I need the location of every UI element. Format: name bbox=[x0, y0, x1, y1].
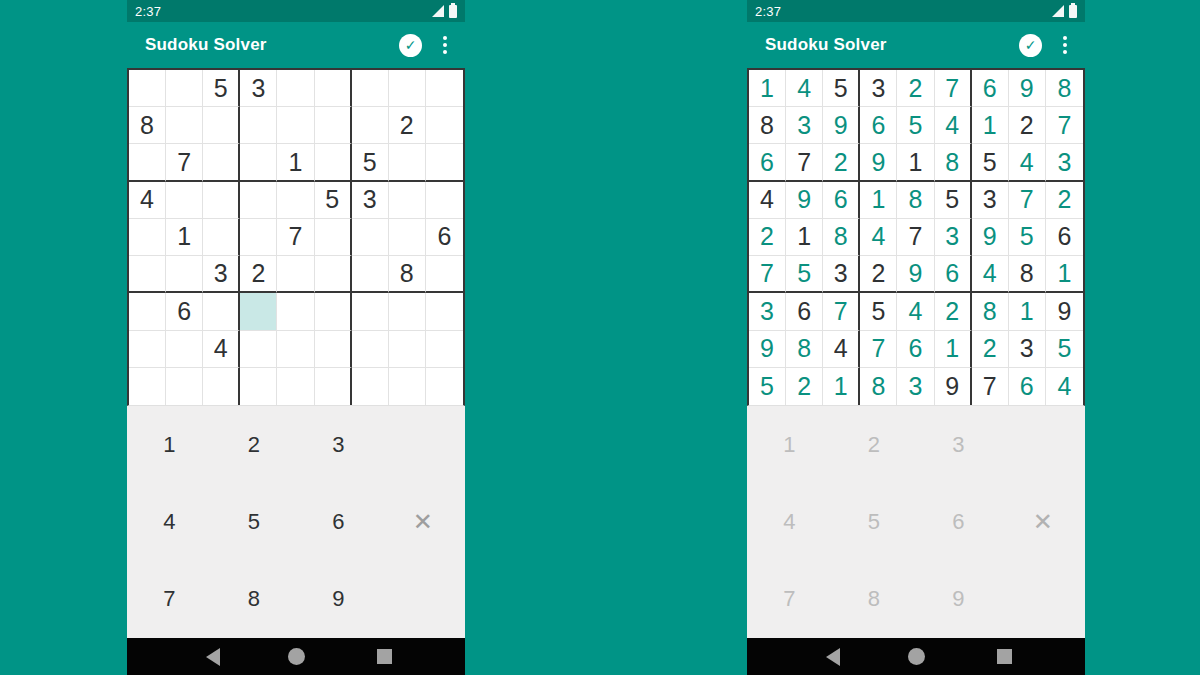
sudoku-cell-r7c8[interactable]: 1 bbox=[1009, 293, 1046, 330]
sudoku-cell-r7c6[interactable] bbox=[315, 293, 352, 330]
sudoku-cell-r8c2[interactable]: 8 bbox=[786, 331, 823, 368]
nav-home-icon[interactable] bbox=[288, 648, 305, 665]
sudoku-cell-r3c2[interactable]: 7 bbox=[166, 144, 203, 181]
sudoku-cell-r3c8[interactable] bbox=[389, 144, 426, 181]
sudoku-cell-r2c2[interactable]: 3 bbox=[786, 107, 823, 144]
sudoku-cell-r1c9[interactable] bbox=[426, 70, 463, 107]
sudoku-cell-r4c7[interactable]: 3 bbox=[972, 182, 1009, 219]
sudoku-cell-r5c7[interactable]: 9 bbox=[972, 219, 1009, 256]
sudoku-cell-r4c2[interactable]: 9 bbox=[786, 182, 823, 219]
phone-right-solved: 2:37 Sudoku Solver ✓ 1453276988396541276… bbox=[747, 0, 1085, 675]
sudoku-cell-r9c5[interactable]: 3 bbox=[897, 368, 934, 405]
nav-recents-icon[interactable] bbox=[997, 649, 1012, 664]
sudoku-cell-r1c2[interactable] bbox=[166, 70, 203, 107]
app-bar: Sudoku Solver ✓ bbox=[747, 22, 1085, 68]
sudoku-cell-r8c3[interactable]: 4 bbox=[203, 331, 240, 368]
sudoku-cell-r4c2[interactable] bbox=[166, 182, 203, 219]
sudoku-cell-r7c2[interactable]: 6 bbox=[166, 293, 203, 330]
sudoku-cell-r2c1[interactable]: 8 bbox=[129, 107, 166, 144]
status-bar: 2:37 bbox=[747, 0, 1085, 22]
keypad-key-4[interactable]: 4 bbox=[127, 483, 212, 560]
sudoku-cell-r1c4[interactable]: 3 bbox=[860, 70, 897, 107]
solve-check-circle-icon[interactable]: ✓ bbox=[1019, 34, 1042, 57]
sudoku-cell-r5c4[interactable] bbox=[240, 219, 277, 256]
sudoku-cell-r9c1[interactable]: 5 bbox=[749, 368, 786, 405]
sudoku-cell-r6c8[interactable]: 8 bbox=[1009, 256, 1046, 293]
sudoku-cell-r3c6[interactable]: 8 bbox=[935, 144, 972, 181]
sudoku-cell-r1c4[interactable]: 3 bbox=[240, 70, 277, 107]
sudoku-cell-r8c8[interactable]: 3 bbox=[1009, 331, 1046, 368]
sudoku-cell-r7c5[interactable] bbox=[277, 293, 314, 330]
sudoku-cell-r5c3[interactable] bbox=[203, 219, 240, 256]
sudoku-cell-r2c4[interactable]: 6 bbox=[860, 107, 897, 144]
sudoku-cell-r6c4[interactable]: 2 bbox=[860, 256, 897, 293]
sudoku-cell-r3c7[interactable]: 5 bbox=[352, 144, 389, 181]
sudoku-cell-r8c9[interactable]: 5 bbox=[1046, 331, 1083, 368]
sudoku-cell-r9c9[interactable] bbox=[426, 368, 463, 405]
sudoku-cell-r8c6[interactable] bbox=[315, 331, 352, 368]
sudoku-cell-r7c1[interactable]: 3 bbox=[749, 293, 786, 330]
sudoku-cell-r7c9[interactable] bbox=[426, 293, 463, 330]
sudoku-cell-r5c1[interactable] bbox=[129, 219, 166, 256]
sudoku-cell-r3c9[interactable] bbox=[426, 144, 463, 181]
sudoku-cell-r6c5[interactable] bbox=[277, 256, 314, 293]
sudoku-cell-r7c1[interactable] bbox=[129, 293, 166, 330]
sudoku-cell-r3c3[interactable] bbox=[203, 144, 240, 181]
sudoku-cell-r4c7[interactable]: 3 bbox=[352, 182, 389, 219]
sudoku-cell-r2c1[interactable]: 8 bbox=[749, 107, 786, 144]
sudoku-cell-r8c6[interactable]: 1 bbox=[935, 331, 972, 368]
sudoku-board: 538271545317632864 bbox=[127, 68, 465, 406]
sudoku-cell-r1c6[interactable] bbox=[315, 70, 352, 107]
sudoku-cell-r6c6[interactable] bbox=[315, 256, 352, 293]
keypad-spacer bbox=[1001, 406, 1086, 483]
sudoku-cell-r9c4[interactable]: 8 bbox=[860, 368, 897, 405]
sudoku-cell-r4c1[interactable]: 4 bbox=[749, 182, 786, 219]
sudoku-cell-r3c8[interactable]: 4 bbox=[1009, 144, 1046, 181]
keypad-key-8[interactable]: 8 bbox=[212, 561, 297, 638]
sudoku-cell-r9c2[interactable]: 2 bbox=[786, 368, 823, 405]
sudoku-cell-r8c1[interactable]: 9 bbox=[749, 331, 786, 368]
sudoku-cell-r9c8[interactable]: 6 bbox=[1009, 368, 1046, 405]
android-nav-bar bbox=[747, 638, 1085, 675]
sudoku-cell-r2c8[interactable]: 2 bbox=[1009, 107, 1046, 144]
sudoku-cell-r1c1[interactable]: 1 bbox=[749, 70, 786, 107]
sudoku-cell-r5c6[interactable] bbox=[315, 219, 352, 256]
sudoku-cell-r2c5[interactable] bbox=[277, 107, 314, 144]
nav-home-icon[interactable] bbox=[908, 648, 925, 665]
sudoku-cell-r9c6[interactable] bbox=[315, 368, 352, 405]
nav-recents-icon[interactable] bbox=[377, 649, 392, 664]
keypad-key-2[interactable]: 2 bbox=[212, 406, 297, 483]
sudoku-cell-r7c3[interactable] bbox=[203, 293, 240, 330]
keypad-key-9: 9 bbox=[916, 561, 1001, 638]
sudoku-cell-r5c7[interactable] bbox=[352, 219, 389, 256]
nav-back-icon[interactable] bbox=[826, 648, 840, 666]
sudoku-cell-r1c8[interactable] bbox=[389, 70, 426, 107]
sudoku-cell-r8c4[interactable]: 7 bbox=[860, 331, 897, 368]
sudoku-cell-r4c6[interactable]: 5 bbox=[935, 182, 972, 219]
overflow-menu-icon[interactable] bbox=[439, 32, 451, 58]
sudoku-cell-r2c4[interactable] bbox=[240, 107, 277, 144]
sudoku-cell-r8c8[interactable] bbox=[389, 331, 426, 368]
sudoku-cell-r3c5[interactable]: 1 bbox=[897, 144, 934, 181]
sudoku-cell-r1c9[interactable]: 8 bbox=[1046, 70, 1083, 107]
sudoku-cell-r5c5[interactable]: 7 bbox=[277, 219, 314, 256]
sudoku-cell-r6c1[interactable] bbox=[129, 256, 166, 293]
keypad-key-5[interactable]: 5 bbox=[212, 483, 297, 560]
sudoku-cell-r4c4[interactable] bbox=[240, 182, 277, 219]
sudoku-cell-r3c7[interactable]: 5 bbox=[972, 144, 1009, 181]
sudoku-cell-r2c3[interactable]: 9 bbox=[823, 107, 860, 144]
nav-back-icon[interactable] bbox=[206, 648, 220, 666]
signal-icon bbox=[1052, 5, 1064, 17]
sudoku-cell-r1c3[interactable]: 5 bbox=[823, 70, 860, 107]
keypad-spacer bbox=[1001, 561, 1086, 638]
sudoku-cell-r9c7[interactable] bbox=[352, 368, 389, 405]
sudoku-cell-r5c3[interactable]: 8 bbox=[823, 219, 860, 256]
sudoku-cell-r7c7[interactable]: 8 bbox=[972, 293, 1009, 330]
keypad-key-4: 4 bbox=[747, 483, 832, 560]
app-bar: Sudoku Solver ✓ bbox=[127, 22, 465, 68]
sudoku-cell-r9c1[interactable] bbox=[129, 368, 166, 405]
sudoku-cell-r4c5[interactable] bbox=[277, 182, 314, 219]
sudoku-cell-r6c2[interactable] bbox=[166, 256, 203, 293]
sudoku-cell-r5c8[interactable] bbox=[389, 219, 426, 256]
sudoku-cell-r5c8[interactable]: 5 bbox=[1009, 219, 1046, 256]
sudoku-cell-r4c8[interactable]: 7 bbox=[1009, 182, 1046, 219]
sudoku-cell-r9c5[interactable] bbox=[277, 368, 314, 405]
sudoku-cell-r1c6[interactable]: 7 bbox=[935, 70, 972, 107]
sudoku-cell-r4c4[interactable]: 1 bbox=[860, 182, 897, 219]
sudoku-cell-r6c1[interactable]: 7 bbox=[749, 256, 786, 293]
keypad-key-1: 1 bbox=[747, 406, 832, 483]
sudoku-cell-r6c2[interactable]: 5 bbox=[786, 256, 823, 293]
sudoku-cell-r6c9[interactable] bbox=[426, 256, 463, 293]
sudoku-cell-r5c2[interactable]: 1 bbox=[166, 219, 203, 256]
sudoku-cell-r5c9[interactable]: 6 bbox=[1046, 219, 1083, 256]
solve-check-circle-icon[interactable]: ✓ bbox=[399, 34, 422, 57]
sudoku-cell-r1c2[interactable]: 4 bbox=[786, 70, 823, 107]
sudoku-cell-r9c2[interactable] bbox=[166, 368, 203, 405]
sudoku-cell-r2c6[interactable] bbox=[315, 107, 352, 144]
battery-icon bbox=[1069, 5, 1077, 18]
sudoku-cell-r4c9[interactable] bbox=[426, 182, 463, 219]
sudoku-cell-r3c9[interactable]: 3 bbox=[1046, 144, 1083, 181]
sudoku-cell-r1c8[interactable]: 9 bbox=[1009, 70, 1046, 107]
sudoku-cell-r6c4[interactable]: 2 bbox=[240, 256, 277, 293]
number-keypad: 123456✕789 bbox=[747, 406, 1085, 638]
keypad-key-6[interactable]: 6 bbox=[296, 483, 381, 560]
sudoku-cell-r4c6[interactable]: 5 bbox=[315, 182, 352, 219]
sudoku-cell-r2c9[interactable] bbox=[426, 107, 463, 144]
sudoku-cell-r8c1[interactable] bbox=[129, 331, 166, 368]
keypad-key-9[interactable]: 9 bbox=[296, 561, 381, 638]
signal-icon bbox=[432, 5, 444, 17]
sudoku-cell-r1c1[interactable] bbox=[129, 70, 166, 107]
sudoku-cell-r6c3[interactable]: 3 bbox=[823, 256, 860, 293]
keypad-key-7[interactable]: 7 bbox=[127, 561, 212, 638]
sudoku-cell-r8c5[interactable] bbox=[277, 331, 314, 368]
sudoku-cell-r8c7[interactable] bbox=[352, 331, 389, 368]
sudoku-cell-r2c9[interactable]: 7 bbox=[1046, 107, 1083, 144]
sudoku-cell-r7c8[interactable] bbox=[389, 293, 426, 330]
sudoku-cell-r6c3[interactable]: 3 bbox=[203, 256, 240, 293]
battery-icon bbox=[449, 5, 457, 18]
sudoku-cell-r2c8[interactable]: 2 bbox=[389, 107, 426, 144]
number-keypad: 123456✕789 bbox=[127, 406, 465, 638]
sudoku-cell-r2c7[interactable] bbox=[352, 107, 389, 144]
android-nav-bar bbox=[127, 638, 465, 675]
sudoku-cell-r7c7[interactable] bbox=[352, 293, 389, 330]
sudoku-cell-r2c3[interactable] bbox=[203, 107, 240, 144]
sudoku-cell-r9c7[interactable]: 7 bbox=[972, 368, 1009, 405]
sudoku-cell-r3c4[interactable] bbox=[240, 144, 277, 181]
keypad-key-6: 6 bbox=[916, 483, 1001, 560]
sudoku-cell-r9c8[interactable] bbox=[389, 368, 426, 405]
keypad-key-8: 8 bbox=[832, 561, 917, 638]
sudoku-cell-r6c8[interactable]: 8 bbox=[389, 256, 426, 293]
sudoku-board: 1453276988396541276729185434961853722184… bbox=[747, 68, 1085, 406]
sudoku-cell-r5c9[interactable]: 6 bbox=[426, 219, 463, 256]
sudoku-cell-r2c2[interactable] bbox=[166, 107, 203, 144]
sudoku-cell-r6c5[interactable]: 9 bbox=[897, 256, 934, 293]
sudoku-cell-r8c7[interactable]: 2 bbox=[972, 331, 1009, 368]
sudoku-cell-r3c3[interactable]: 2 bbox=[823, 144, 860, 181]
sudoku-cell-r6c6[interactable]: 6 bbox=[935, 256, 972, 293]
sudoku-cell-r7c3[interactable]: 7 bbox=[823, 293, 860, 330]
sudoku-cell-r4c8[interactable] bbox=[389, 182, 426, 219]
keypad-key-2: 2 bbox=[832, 406, 917, 483]
sudoku-cell-r6c9[interactable]: 1 bbox=[1046, 256, 1083, 293]
status-time: 2:37 bbox=[755, 4, 781, 19]
sudoku-cell-r8c5[interactable]: 6 bbox=[897, 331, 934, 368]
sudoku-cell-r7c6[interactable]: 2 bbox=[935, 293, 972, 330]
sudoku-cell-r4c1[interactable]: 4 bbox=[129, 182, 166, 219]
sudoku-cell-r4c3[interactable]: 6 bbox=[823, 182, 860, 219]
sudoku-cell-r1c7[interactable]: 6 bbox=[972, 70, 1009, 107]
keypad-key-7: 7 bbox=[747, 561, 832, 638]
sudoku-cell-r1c5[interactable] bbox=[277, 70, 314, 107]
sudoku-cell-r5c4[interactable]: 4 bbox=[860, 219, 897, 256]
sudoku-cell-r9c3[interactable]: 1 bbox=[823, 368, 860, 405]
sudoku-cell-r7c4[interactable]: 5 bbox=[860, 293, 897, 330]
sudoku-cell-r5c6[interactable]: 3 bbox=[935, 219, 972, 256]
sudoku-cell-r6c7[interactable] bbox=[352, 256, 389, 293]
keypad-key-3[interactable]: 3 bbox=[296, 406, 381, 483]
sudoku-cell-r9c4[interactable] bbox=[240, 368, 277, 405]
sudoku-cell-r8c3[interactable]: 4 bbox=[823, 331, 860, 368]
sudoku-cell-r4c5[interactable]: 8 bbox=[897, 182, 934, 219]
overflow-menu-icon[interactable] bbox=[1059, 32, 1071, 58]
sudoku-cell-r5c1[interactable]: 2 bbox=[749, 219, 786, 256]
sudoku-cell-r3c1[interactable]: 6 bbox=[749, 144, 786, 181]
sudoku-cell-r2c7[interactable]: 1 bbox=[972, 107, 1009, 144]
sudoku-cell-r8c9[interactable] bbox=[426, 331, 463, 368]
status-time: 2:37 bbox=[135, 4, 161, 19]
sudoku-cell-r5c5[interactable]: 7 bbox=[897, 219, 934, 256]
sudoku-cell-r4c3[interactable] bbox=[203, 182, 240, 219]
sudoku-cell-r3c5[interactable]: 1 bbox=[277, 144, 314, 181]
keypad-clear-button[interactable]: ✕ bbox=[381, 483, 466, 560]
sudoku-cell-r7c4[interactable] bbox=[240, 293, 277, 330]
keypad-spacer bbox=[381, 561, 466, 638]
keypad-clear-button: ✕ bbox=[1001, 483, 1086, 560]
phone-left-unsolved: 2:37 Sudoku Solver ✓ 538271545317632864 … bbox=[127, 0, 465, 675]
status-bar: 2:37 bbox=[127, 0, 465, 22]
sudoku-cell-r9c3[interactable] bbox=[203, 368, 240, 405]
sudoku-cell-r3c6[interactable] bbox=[315, 144, 352, 181]
keypad-key-1[interactable]: 1 bbox=[127, 406, 212, 483]
sudoku-cell-r1c7[interactable] bbox=[352, 70, 389, 107]
sudoku-cell-r7c2[interactable]: 6 bbox=[786, 293, 823, 330]
sudoku-cell-r3c4[interactable]: 9 bbox=[860, 144, 897, 181]
sudoku-cell-r9c9[interactable]: 4 bbox=[1046, 368, 1083, 405]
sudoku-cell-r8c2[interactable] bbox=[166, 331, 203, 368]
app-title: Sudoku Solver bbox=[765, 35, 1019, 55]
keypad-spacer bbox=[381, 406, 466, 483]
sudoku-cell-r5c2[interactable]: 1 bbox=[786, 219, 823, 256]
sudoku-cell-r2c6[interactable]: 4 bbox=[935, 107, 972, 144]
sudoku-cell-r6c7[interactable]: 4 bbox=[972, 256, 1009, 293]
sudoku-cell-r3c2[interactable]: 7 bbox=[786, 144, 823, 181]
sudoku-cell-r9c6[interactable]: 9 bbox=[935, 368, 972, 405]
sudoku-cell-r8c4[interactable] bbox=[240, 331, 277, 368]
keypad-key-3: 3 bbox=[916, 406, 1001, 483]
sudoku-cell-r7c5[interactable]: 4 bbox=[897, 293, 934, 330]
sudoku-cell-r1c5[interactable]: 2 bbox=[897, 70, 934, 107]
sudoku-cell-r7c9[interactable]: 9 bbox=[1046, 293, 1083, 330]
sudoku-cell-r3c1[interactable] bbox=[129, 144, 166, 181]
keypad-key-5: 5 bbox=[832, 483, 917, 560]
sudoku-cell-r4c9[interactable]: 2 bbox=[1046, 182, 1083, 219]
app-title: Sudoku Solver bbox=[145, 35, 399, 55]
sudoku-cell-r2c5[interactable]: 5 bbox=[897, 107, 934, 144]
sudoku-cell-r1c3[interactable]: 5 bbox=[203, 70, 240, 107]
